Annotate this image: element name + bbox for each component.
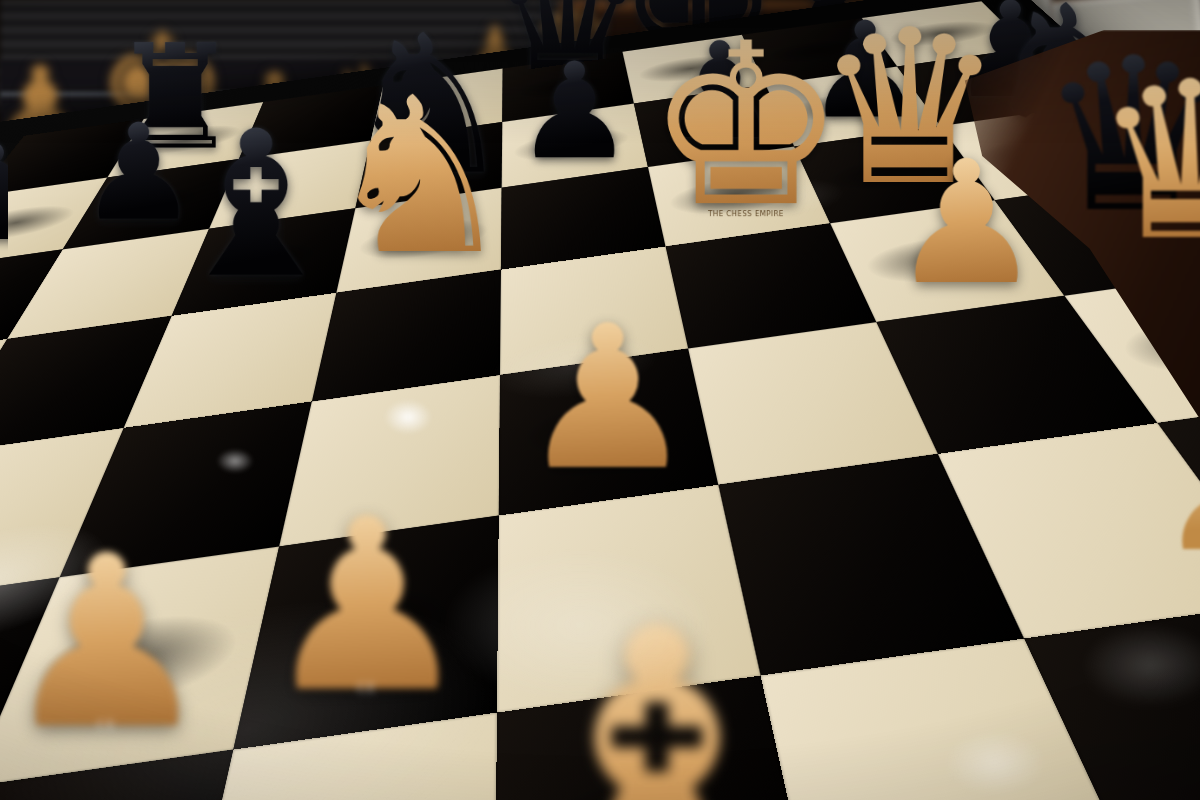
piece-white-pawn-d3[interactable]: ♟CE — [260, 498, 473, 717]
piece-black-bishop-c6[interactable]: ♝ — [166, 113, 347, 298]
white-king-glyph: ♚ — [646, 24, 847, 230]
square-e2[interactable]: ♝ — [494, 676, 824, 800]
pawn-base-stamp-text: CE — [97, 720, 116, 731]
pawn-base-stamp-text: CE — [357, 683, 376, 694]
piece-white-knight-d6[interactable]: ♞ — [323, 77, 516, 275]
white-pawn-glyph: ♟ — [518, 308, 696, 491]
black-pawn-glyph: ♟ — [515, 51, 634, 173]
black-bishop-glyph: ♝ — [166, 113, 347, 298]
square-d3[interactable]: ♟CE — [233, 516, 498, 750]
piece-white-pawn-c3[interactable]: ♟CE — [0, 534, 213, 753]
partial-white-piece-right-edge: ♟ — [1160, 428, 1200, 566]
piece-white-pawn-e4[interactable]: ♟ — [518, 308, 696, 491]
piece-black-pawn-a7[interactable]: ♟ — [0, 133, 53, 255]
chess-shop-photo: ♟♚♝♞♟♛♟♟♟ ♜♛♚♝♜♟♟♞♟♟♟♟♝♞♚THE CHESS EMPIR… — [0, 0, 1200, 800]
piece-black-pawn-e7[interactable]: ♟ — [515, 51, 634, 173]
white-knight-glyph: ♞ — [323, 77, 516, 275]
piece-white-king-f6[interactable]: ♚THE CHESS EMPIRE — [646, 24, 847, 230]
white-bishop-glyph: ♝ — [477, 595, 836, 800]
piece-white-bishop-e2[interactable]: ♝ — [477, 595, 836, 800]
black-pawn-glyph: ♟ — [0, 133, 53, 255]
off-board-white-queen[interactable]: ♛ — [1092, 62, 1200, 263]
square-d5[interactable] — [312, 270, 501, 402]
king-base-brand-text: THE CHESS EMPIRE — [708, 211, 784, 217]
